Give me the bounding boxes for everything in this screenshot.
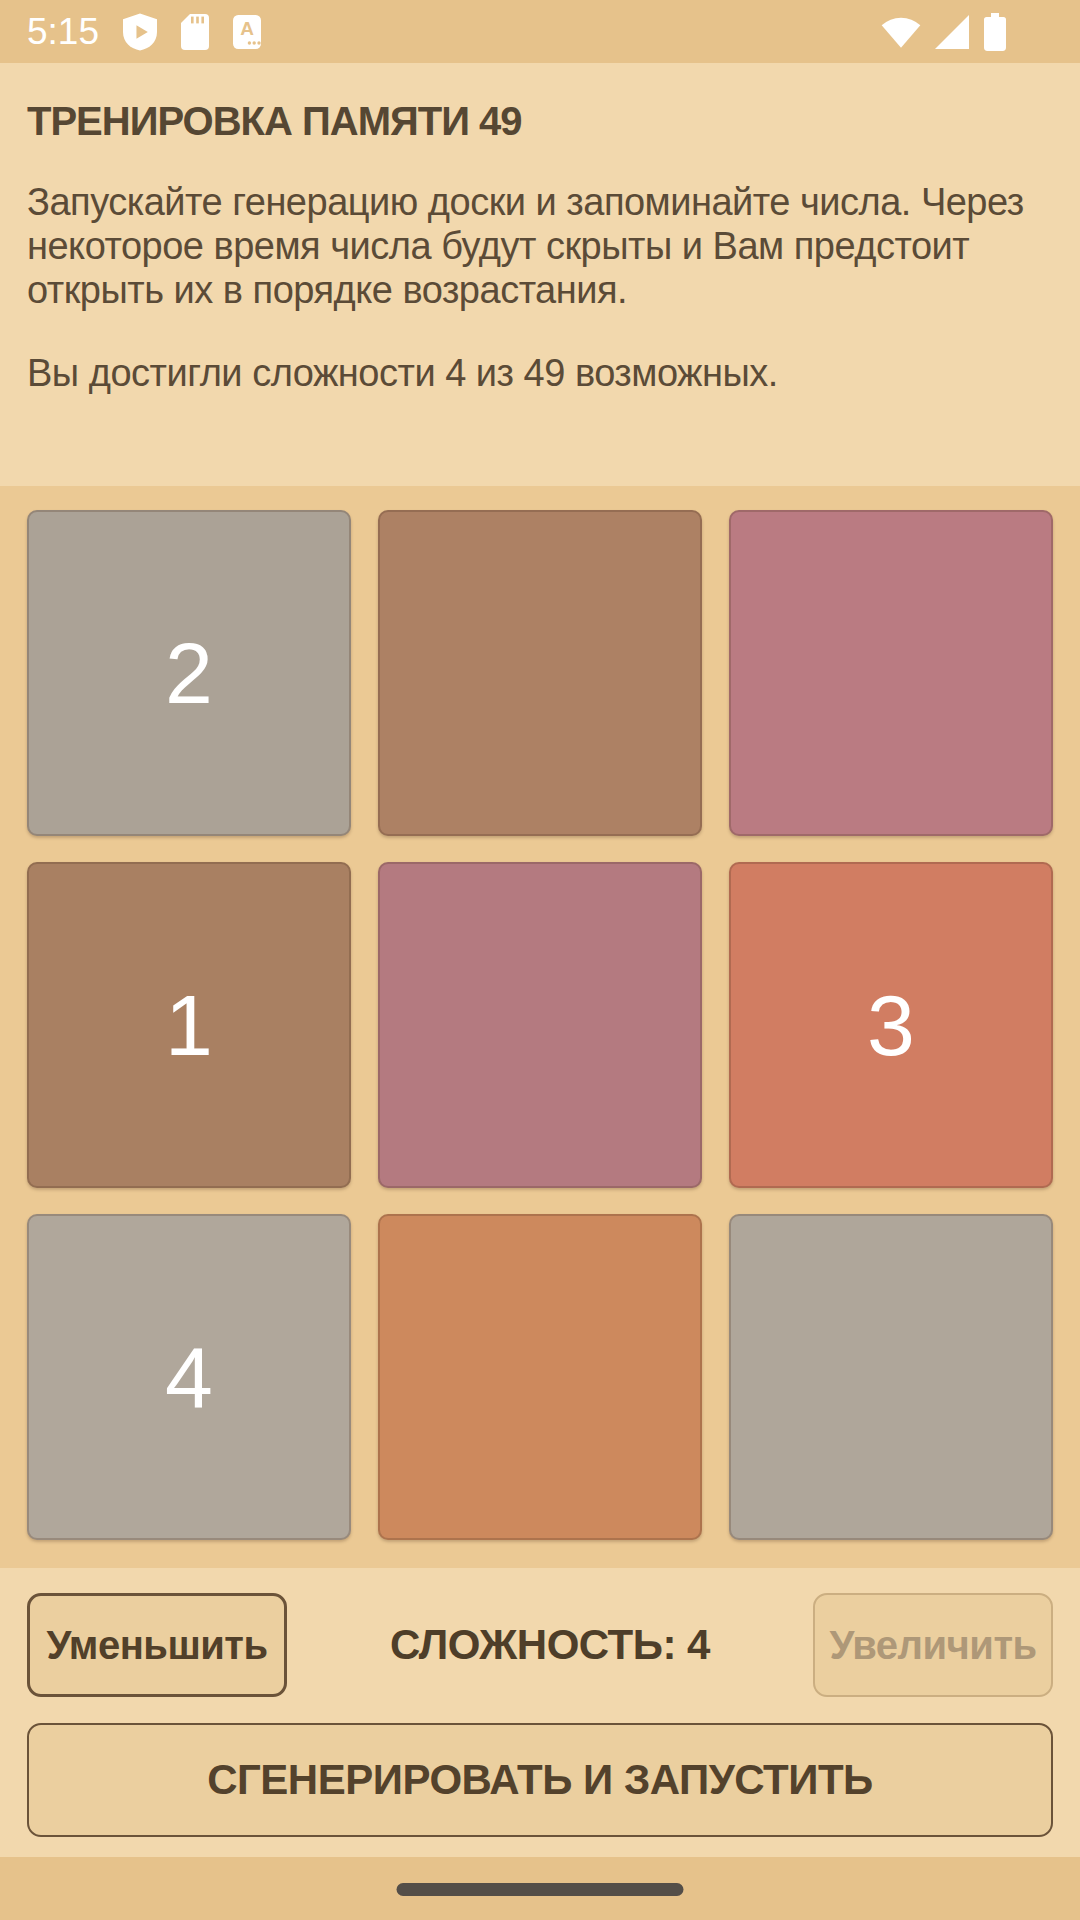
status-bar-right-icons [881,13,1007,51]
memory-board: 2134 [27,510,1053,1540]
controls-panel: Уменьшить СЛОЖНОСТЬ: 4 Увеличить СГЕНЕРИ… [0,1568,1080,1857]
adguard-shield-icon [123,13,157,51]
navigation-bar [0,1857,1080,1920]
game-description: Запускайте генерацию доски и запоминайте… [27,180,1053,312]
tile-r2c2[interactable] [729,1214,1053,1540]
status-bar: 5:15 A [0,0,1080,63]
svg-text:A: A [240,18,254,39]
difficulty-progress-text: Вы достигли сложности 4 из 49 возможных. [27,352,1053,395]
header-panel: ТРЕНИРОВКА ПАМЯТИ 49 Запускайте генераци… [0,63,1080,486]
status-bar-left-icons: A [123,13,261,51]
generate-and-start-button[interactable]: СГЕНЕРИРОВАТЬ И ЗАПУСТИТЬ [27,1723,1053,1837]
autofill-a-icon: A [233,15,261,49]
cellular-signal-icon [935,15,969,49]
sd-card-icon [181,14,209,50]
tile-number: 4 [165,1334,213,1420]
increase-difficulty-button[interactable]: Увеличить [813,1593,1053,1697]
tile-r0c2[interactable] [729,510,1053,836]
tile-r2c0[interactable]: 4 [27,1214,351,1540]
tile-r1c0[interactable]: 1 [27,862,351,1188]
tile-r0c1[interactable] [378,510,702,836]
app-screen: 5:15 A [0,0,1080,1920]
clock: 5:15 [27,11,99,53]
difficulty-label: СЛОЖНОСТЬ: 4 [287,1621,813,1669]
wifi-icon [881,15,921,49]
tile-r1c2[interactable]: 3 [729,862,1053,1188]
board-area: 2134 [0,486,1080,1568]
tile-number: 1 [165,982,213,1068]
battery-icon [983,13,1007,51]
page-title: ТРЕНИРОВКА ПАМЯТИ 49 [27,99,1053,144]
tile-r2c1[interactable] [378,1214,702,1540]
tile-r0c0[interactable]: 2 [27,510,351,836]
tile-number: 2 [165,630,213,716]
home-indicator[interactable] [397,1883,684,1896]
decrease-difficulty-button[interactable]: Уменьшить [27,1593,287,1697]
tile-r1c1[interactable] [378,862,702,1188]
difficulty-controls-row: Уменьшить СЛОЖНОСТЬ: 4 Увеличить [27,1593,1053,1697]
tile-number: 3 [867,982,915,1068]
